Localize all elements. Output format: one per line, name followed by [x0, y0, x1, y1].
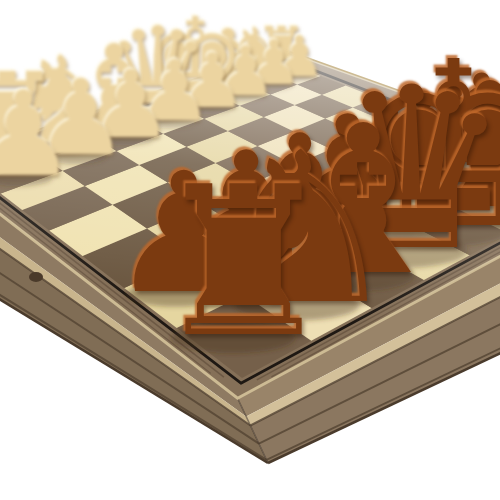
box-clasp: [29, 272, 43, 282]
chess-set-photo: ♜♞♝♛♚♝♞♜♟♟♟♟♟♟♟♟♟♟♟♟♟♟♟♟♜♞♝♛♚♝♞♜: [0, 0, 500, 500]
chess-board: [0, 0, 500, 500]
